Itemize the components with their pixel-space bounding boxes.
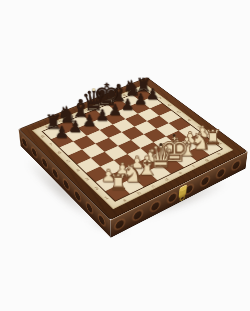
square-c2 xyxy=(124,163,148,178)
square-e1 xyxy=(160,159,184,174)
brass-latch-icon xyxy=(178,184,187,199)
square-a5 xyxy=(68,150,91,165)
square-c3 xyxy=(114,154,137,169)
coordinate-label: f xyxy=(185,162,201,171)
square-e3 xyxy=(141,142,164,156)
square-h1 xyxy=(199,141,222,155)
square-a1 xyxy=(105,184,129,200)
square-g1 xyxy=(186,147,209,161)
square-f2 xyxy=(163,144,186,158)
coordinate-label: b xyxy=(130,188,147,198)
coordinate-label: e xyxy=(172,168,189,177)
coordinate-label: 7 xyxy=(47,142,55,147)
square-d3 xyxy=(127,148,150,162)
coordinate-label: a xyxy=(116,195,134,205)
board-frame: aabbccddeeffgghh8877665544332211 xyxy=(19,77,248,220)
square-a3 xyxy=(86,166,110,181)
coordinate-label: 2 xyxy=(93,186,101,191)
square-a4 xyxy=(77,158,100,173)
square-b1 xyxy=(120,178,144,194)
square-a6 xyxy=(60,141,82,155)
square-c1 xyxy=(133,171,157,187)
chess-board[interactable]: aabbccddeeffgghh8877665544332211 ♜♞♝♛♚♝♞… xyxy=(19,77,248,220)
coordinate-label: h xyxy=(211,150,227,159)
coordinate-label: 1 xyxy=(216,141,224,146)
product-photo[interactable]: aabbccddeeffgghh8877665544332211 ♜♞♝♛♚♝♞… xyxy=(0,0,250,311)
coordinate-label: g xyxy=(199,156,215,165)
coordinate-label: d xyxy=(158,175,175,185)
square-b2 xyxy=(110,169,134,185)
coordinate-label: 3 xyxy=(83,177,91,182)
coordinate-label: 5 xyxy=(65,159,73,164)
square-b3 xyxy=(100,160,123,175)
coordinate-label: 6 xyxy=(56,150,64,155)
square-a2 xyxy=(96,175,120,191)
square-f1 xyxy=(173,153,196,168)
queen-finial xyxy=(92,88,95,91)
coordinate-label: c xyxy=(145,181,162,191)
square-c4 xyxy=(105,146,128,160)
square-d2 xyxy=(137,156,160,171)
square-e2 xyxy=(150,150,173,165)
square-d4 xyxy=(118,140,141,154)
square-g2 xyxy=(176,139,199,153)
square-b5 xyxy=(82,144,105,158)
square-b4 xyxy=(91,152,114,167)
coordinate-label: 1 xyxy=(102,196,111,202)
square-d1 xyxy=(147,165,171,180)
coordinate-label: 4 xyxy=(74,168,82,173)
